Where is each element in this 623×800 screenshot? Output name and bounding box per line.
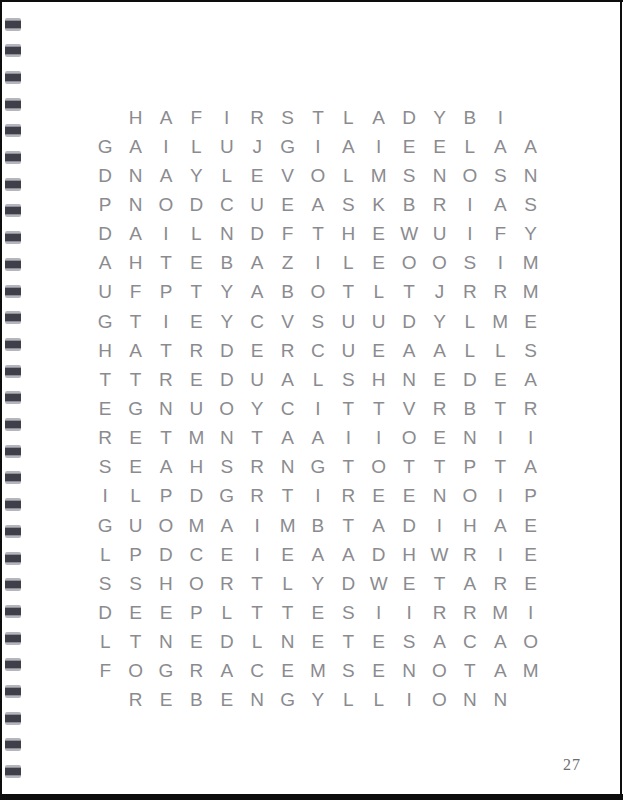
grid-cell: T [394,278,424,307]
grid-cell: R [242,453,272,482]
grid-cell: N [212,220,242,249]
grid-cell: I [364,598,394,627]
grid-cell: N [424,161,454,190]
grid-cell: G [120,394,150,423]
grid-cell: Z [272,249,302,278]
grid-cell: A [333,540,363,569]
grid-cell: A [455,569,485,598]
grid-cell [515,686,545,715]
grid-cell: E [364,628,394,657]
coil-mark-icon [5,311,21,324]
grid-cell: O [151,190,181,219]
grid-cell: S [485,161,515,190]
coil-mark-icon [5,738,21,751]
grid-cell: S [272,103,302,132]
grid-cell: E [242,161,272,190]
coil-mark-icon [5,498,21,511]
grid-cell: N [120,190,150,219]
grid-cell: I [333,424,363,453]
grid-cell: V [272,161,302,190]
grid-cell: U [424,220,454,249]
grid-cell: E [151,598,181,627]
grid-cell: C [272,394,302,423]
grid-cell: A [303,190,333,219]
grid-cell: W [394,220,424,249]
grid-cell: A [303,540,333,569]
grid-cell: A [424,336,454,365]
grid-cell: I [485,540,515,569]
coil-mark-icon [5,338,21,351]
grid-cell: U [212,132,242,161]
grid-cell: C [242,307,272,336]
grid-cell: T [151,424,181,453]
grid-cell: R [455,598,485,627]
grid-cell: D [394,307,424,336]
coil-mark-icon [5,658,21,671]
grid-cell: A [515,453,545,482]
grid-cell: M [485,598,515,627]
grid-cell: E [181,628,211,657]
grid-cell: S [120,569,150,598]
grid-cell: P [120,540,150,569]
grid-cell: N [151,628,181,657]
grid-cell: A [120,132,150,161]
grid-cell: P [455,453,485,482]
grid-cell: U [333,336,363,365]
spiral-binding [0,0,30,800]
grid-cell: B [181,686,211,715]
grid-cell: D [181,482,211,511]
grid-cell: S [515,190,545,219]
grid-cell: D [181,190,211,219]
grid-cell: G [272,132,302,161]
coil-mark-icon [5,204,21,217]
coil-mark-icon [5,445,21,458]
grid-cell: N [485,686,515,715]
grid-cell: H [455,511,485,540]
grid-cell: E [394,482,424,511]
grid-cell: A [212,511,242,540]
grid-cell: M [303,657,333,686]
grid-cell: I [212,103,242,132]
grid-cell: D [455,365,485,394]
grid-cell: R [242,482,272,511]
grid-cell: N [120,161,150,190]
grid-cell: T [272,598,302,627]
grid-cell: A [364,103,394,132]
grid-cell: U [333,307,363,336]
grid-cell: I [303,394,333,423]
grid-cell: E [364,336,394,365]
grid-cell: S [303,307,333,336]
grid-cell: M [181,424,211,453]
grid-cell: L [120,482,150,511]
grid-cell: O [455,161,485,190]
grid-cell: E [424,132,454,161]
grid-cell: L [181,132,211,161]
grid-cell: H [120,103,150,132]
grid-cell: S [333,657,363,686]
coil-mark-icon [5,98,21,111]
grid-cell: Y [212,278,242,307]
grid-cell: D [242,220,272,249]
coil-mark-icon [5,151,21,164]
grid-cell: C [212,190,242,219]
grid-cell: N [242,686,272,715]
grid-cell: E [242,336,272,365]
grid-cell: S [333,190,363,219]
grid-cell: I [424,511,454,540]
grid-cell: V [394,394,424,423]
grid-cell: E [151,686,181,715]
grid-cell: R [424,598,454,627]
grid-cell: R [515,394,545,423]
grid-cell: Y [515,220,545,249]
grid-cell: Y [212,307,242,336]
grid-cell: A [272,365,302,394]
grid-cell: I [303,249,333,278]
grid-cell: O [424,657,454,686]
grid-cell: L [90,628,120,657]
coil-mark-icon [5,632,21,645]
grid-cell: A [151,103,181,132]
grid-cell: Y [424,103,454,132]
grid-cell: D [212,628,242,657]
grid-cell: T [120,628,150,657]
coil-mark-icon [5,552,21,565]
grid-cell: G [212,482,242,511]
grid-cell: O [394,424,424,453]
grid-cell: L [90,540,120,569]
grid-cell: O [120,657,150,686]
grid-cell: C [181,540,211,569]
grid-cell: A [242,249,272,278]
grid-cell: D [90,161,120,190]
grid-cell: I [455,190,485,219]
grid-cell: O [394,249,424,278]
grid-cell: B [212,249,242,278]
grid-cell: M [272,511,302,540]
grid-cell: Y [303,569,333,598]
page-edge-left [0,0,2,800]
grid-cell: E [181,249,211,278]
grid-cell: A [424,628,454,657]
word-search-grid: HAFIRSTLADYBIGAILUJGIAIEELAADNAYLEVOLMSN… [90,103,546,715]
coil-mark-icon [5,418,21,431]
grid-cell: A [515,365,545,394]
grid-cell: F [90,657,120,686]
grid-cell: I [151,220,181,249]
grid-cell: N [455,424,485,453]
grid-cell: L [333,161,363,190]
grid-cell: A [364,511,394,540]
grid-cell: L [333,686,363,715]
grid-cell: K [364,190,394,219]
grid-cell: F [181,103,211,132]
page-number: 27 [563,756,581,774]
grid-cell: D [364,540,394,569]
grid-cell: P [90,190,120,219]
grid-cell: R [151,365,181,394]
page-edge-top [0,0,623,2]
grid-cell: I [485,424,515,453]
grid-cell: E [120,598,150,627]
grid-cell: E [394,569,424,598]
grid-cell: T [485,394,515,423]
grid-cell: T [485,453,515,482]
grid-cell: U [120,511,150,540]
coil-mark-icon [5,178,21,191]
grid-cell: F [272,220,302,249]
book-page: HAFIRSTLADYBIGAILUJGIAIEELAADNAYLEVOLMSN… [0,0,623,800]
grid-cell: F [120,278,150,307]
grid-cell: T [242,598,272,627]
grid-cell: E [364,220,394,249]
grid-cell: E [272,657,302,686]
grid-cell: O [151,511,181,540]
grid-cell: D [394,511,424,540]
grid-cell: R [455,278,485,307]
grid-cell: I [242,511,272,540]
grid-cell: I [90,482,120,511]
grid-cell: O [303,161,333,190]
grid-cell: J [242,132,272,161]
grid-cell: I [394,686,424,715]
grid-cell: A [212,657,242,686]
grid-cell: B [394,190,424,219]
grid-cell: H [181,453,211,482]
grid-cell: E [515,540,545,569]
grid-cell: N [394,657,424,686]
grid-cell: N [455,686,485,715]
grid-cell: I [303,132,333,161]
grid-cell: H [333,220,363,249]
grid-cell: A [485,657,515,686]
grid-cell: A [333,132,363,161]
grid-cell: O [303,278,333,307]
grid-cell: R [485,278,515,307]
grid-cell: G [272,686,302,715]
grid-cell: G [90,132,120,161]
grid-cell: R [424,190,454,219]
grid-cell: L [242,628,272,657]
grid-cell: W [364,569,394,598]
grid-cell: T [242,424,272,453]
grid-cell: M [515,657,545,686]
grid-cell: H [394,540,424,569]
coil-mark-icon [5,525,21,538]
grid-cell: A [485,190,515,219]
coil-mark-icon [5,765,21,778]
coil-mark-icon [5,258,21,271]
grid-cell: J [424,278,454,307]
grid-cell: L [212,598,242,627]
grid-cell: C [303,336,333,365]
grid-cell: P [181,598,211,627]
grid-cell: E [212,686,242,715]
grid-cell: A [242,278,272,307]
grid-cell: E [485,365,515,394]
grid-cell: G [151,657,181,686]
grid-cell: G [90,511,120,540]
grid-cell: N [272,628,302,657]
grid-cell: I [364,132,394,161]
coil-mark-icon [5,124,21,137]
grid-cell: G [90,307,120,336]
grid-cell: L [455,132,485,161]
grid-cell: O [212,394,242,423]
grid-cell: T [151,336,181,365]
grid-cell: A [485,511,515,540]
grid-cell: M [181,511,211,540]
coil-mark-icon [5,685,21,698]
coil-mark-icon [5,365,21,378]
grid-cell: T [333,511,363,540]
grid-cell: T [242,569,272,598]
grid-cell: S [90,453,120,482]
grid-cell: I [515,598,545,627]
grid-cell: E [303,628,333,657]
grid-cell: T [303,220,333,249]
grid-cell: E [364,482,394,511]
grid-cell: U [242,190,272,219]
grid-cell: N [151,394,181,423]
grid-cell: V [272,307,302,336]
grid-cell: I [364,424,394,453]
grid-cell: E [181,365,211,394]
grid-cell: E [515,307,545,336]
grid-cell: R [424,394,454,423]
grid-cell: T [333,453,363,482]
grid-cell: R [242,103,272,132]
page-edge-bottom [0,794,623,800]
coil-mark-icon [5,578,21,591]
grid-cell [90,103,120,132]
grid-cell: D [394,103,424,132]
grid-cell: I [515,424,545,453]
grid-cell: E [90,394,120,423]
grid-cell: Y [303,686,333,715]
grid-cell [90,686,120,715]
grid-cell: R [272,336,302,365]
grid-cell: T [90,365,120,394]
grid-cell: E [272,540,302,569]
grid-cell: E [364,249,394,278]
grid-cell: L [181,220,211,249]
page-edge-right [620,0,622,800]
grid-cell: U [181,394,211,423]
grid-cell: S [333,365,363,394]
grid-cell: E [515,511,545,540]
grid-cell: U [364,307,394,336]
grid-cell: B [455,394,485,423]
grid-cell: E [272,190,302,219]
grid-cell: I [455,220,485,249]
grid-cell: R [120,686,150,715]
grid-cell: T [272,482,302,511]
grid-cell: T [364,394,394,423]
grid-cell: P [151,278,181,307]
grid-cell: N [515,161,545,190]
grid-cell: T [120,307,150,336]
grid-cell: T [424,569,454,598]
coil-mark-icon [5,285,21,298]
grid-cell: M [515,249,545,278]
grid-cell: M [485,307,515,336]
grid-cell: A [485,628,515,657]
grid-cell: O [515,628,545,657]
grid-cell: L [303,365,333,394]
grid-cell: S [333,598,363,627]
grid-cell: E [515,569,545,598]
grid-cell: L [272,569,302,598]
grid-cell: R [181,336,211,365]
grid-cell: I [242,540,272,569]
grid-cell: O [424,249,454,278]
grid-cell: C [242,657,272,686]
grid-cell: L [333,249,363,278]
grid-cell: A [272,424,302,453]
grid-cell: L [364,686,394,715]
grid-cell: I [303,482,333,511]
grid-cell: U [242,365,272,394]
coil-mark-icon [5,471,21,484]
grid-cell: L [333,103,363,132]
coil-mark-icon [5,231,21,244]
grid-cell: I [485,103,515,132]
grid-cell: A [120,220,150,249]
grid-cell: T [424,453,454,482]
grid-cell: S [90,569,120,598]
grid-cell: N [394,365,424,394]
grid-cell: R [485,569,515,598]
grid-cell: E [212,540,242,569]
grid-cell: L [364,278,394,307]
grid-cell: D [90,598,120,627]
grid-cell: I [485,482,515,511]
grid-cell: C [455,628,485,657]
grid-cell: N [272,453,302,482]
coil-mark-icon [5,712,21,725]
grid-cell: D [90,220,120,249]
grid-cell: W [424,540,454,569]
grid-cell: T [181,278,211,307]
grid-cell: N [212,424,242,453]
grid-cell: B [455,103,485,132]
grid-cell: E [424,365,454,394]
grid-cell: T [333,278,363,307]
grid-cell: M [515,278,545,307]
grid-cell: R [212,569,242,598]
grid-cell: H [151,569,181,598]
grid-cell: A [151,453,181,482]
grid-cell: O [424,686,454,715]
grid-cell: H [90,336,120,365]
grid-cell: D [333,569,363,598]
grid-cell: T [333,394,363,423]
grid-cell: L [212,161,242,190]
grid-cell: I [394,598,424,627]
grid-cell: T [394,453,424,482]
grid-cell: D [212,336,242,365]
grid-cell: I [151,307,181,336]
grid-cell: R [455,540,485,569]
grid-cell: R [90,424,120,453]
grid-cell: E [303,598,333,627]
grid-cell: Y [424,307,454,336]
coil-mark-icon [5,18,21,31]
grid-cell: A [394,336,424,365]
